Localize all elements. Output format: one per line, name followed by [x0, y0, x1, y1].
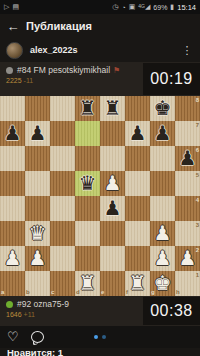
piece-black-pawn: ♟ — [100, 196, 125, 221]
square-f8[interactable] — [125, 96, 150, 121]
file-label-c: c — [51, 289, 54, 295]
square-d5[interactable]: ♛ — [75, 171, 100, 196]
player-top-rating: 2225 — [6, 77, 22, 84]
comment-button[interactable] — [31, 331, 44, 343]
file-label-a: a — [1, 289, 4, 295]
square-b2[interactable]: ♟ — [25, 246, 50, 271]
author-username[interactable]: alex_2022s — [30, 45, 180, 55]
header: ← Публикация — [0, 14, 200, 38]
square-d4[interactable] — [75, 196, 100, 221]
carousel-dot-active — [94, 335, 98, 339]
piece-black-king: ♚ — [150, 96, 175, 121]
square-f6[interactable] — [125, 146, 150, 171]
square-c6[interactable] — [50, 146, 75, 171]
file-label-h: h — [176, 289, 180, 295]
square-e1[interactable]: e — [100, 271, 125, 296]
status-bar: ▷ ▤ ◷ ◔ ▣ 4G◢ 69% ▮ 15:14 — [0, 0, 200, 14]
square-b3[interactable]: ♛ — [25, 221, 50, 246]
square-c7[interactable] — [50, 121, 75, 146]
player-bottom-rating: 1646 — [6, 311, 22, 318]
rank-label-4: 4 — [196, 197, 199, 203]
file-label-b: b — [26, 289, 30, 295]
square-d6[interactable] — [75, 146, 100, 171]
piece-black-pawn: ♟ — [125, 121, 150, 146]
file-label-e: e — [101, 289, 104, 295]
rank-label-1: 1 — [196, 272, 199, 278]
square-b4[interactable] — [25, 196, 50, 221]
square-h4[interactable]: 4 — [175, 196, 200, 221]
piece-white-queen: ♛ — [25, 221, 50, 246]
piece-white-pawn: ♟ — [150, 246, 175, 271]
piece-white-pawn: ♟ — [150, 221, 175, 246]
back-button[interactable]: ← — [0, 19, 26, 34]
square-b5[interactable] — [25, 171, 50, 196]
square-d3[interactable] — [75, 221, 100, 246]
square-a7[interactable]: ♟ — [0, 121, 25, 146]
square-c8[interactable] — [50, 96, 75, 121]
square-g7[interactable]: ♟ — [150, 121, 175, 146]
square-h8[interactable]: 8 — [175, 96, 200, 121]
rank-label-3: 3 — [196, 222, 199, 228]
square-a4[interactable] — [0, 196, 25, 221]
rank-label-8: 8 — [196, 97, 199, 103]
square-g5[interactable] — [150, 171, 175, 196]
send-icon: ▷ — [4, 3, 9, 11]
player-top-rating-delta: -11 — [24, 77, 34, 84]
square-c2[interactable] — [50, 246, 75, 271]
post-author-row: alex_2022s ⋮ — [0, 38, 200, 62]
square-a5[interactable] — [0, 171, 25, 196]
battery-icon: ▮ — [170, 3, 174, 11]
square-f1[interactable]: ♜f — [125, 271, 150, 296]
signal-icon: 4G◢ — [138, 3, 150, 11]
like-heart-button[interactable]: ♡ — [7, 326, 19, 348]
player-top-status-dot — [6, 67, 13, 74]
more-options-button[interactable]: ⋮ — [180, 44, 194, 57]
post-actions-bar: ♡ — [0, 326, 200, 348]
file-label-g: g — [151, 289, 155, 295]
image-icon: ▤ — [12, 3, 19, 11]
square-c1[interactable]: c — [50, 271, 75, 296]
file-label-f: f — [126, 289, 128, 295]
piece-white-pawn: ♟ — [25, 246, 50, 271]
square-a2[interactable]: ♟ — [0, 246, 25, 271]
square-f3[interactable] — [125, 221, 150, 246]
square-d7[interactable] — [75, 121, 100, 146]
square-b7[interactable]: ♟ — [25, 121, 50, 146]
player-top-row: #84 FM pesotskiymikhail ⚑ 2225-11 00:19 — [0, 62, 200, 96]
avatar[interactable] — [6, 42, 23, 59]
square-e7[interactable] — [100, 121, 125, 146]
square-h5[interactable]: 5 — [175, 171, 200, 196]
piece-black-rook: ♜ — [100, 96, 125, 121]
chess-board: ♜♜♚8♟♟♟♟7♟6♛♟5♟4♛♟3♟♟♟♟2abc♜de♜f♚g1h — [0, 96, 200, 296]
square-e4[interactable]: ♟ — [100, 196, 125, 221]
square-a1[interactable]: a — [0, 271, 25, 296]
flair-flag-icon: ⚑ — [113, 66, 120, 75]
square-g6[interactable] — [150, 146, 175, 171]
square-a6[interactable] — [0, 146, 25, 171]
piece-black-pawn: ♟ — [150, 121, 175, 146]
carousel-dot-inactive — [102, 335, 106, 339]
piece-black-pawn: ♟ — [25, 121, 50, 146]
piece-black-rook: ♜ — [75, 96, 100, 121]
piece-white-pawn: ♟ — [0, 246, 25, 271]
piece-black-queen: ♛ — [75, 171, 100, 196]
square-g2[interactable]: ♟ — [150, 246, 175, 271]
square-f4[interactable] — [125, 196, 150, 221]
square-h1[interactable]: 1h — [175, 271, 200, 296]
player-bottom-row: #92 ozna75-9 1646+11 00:38 — [0, 296, 200, 326]
battery-percent: 69% — [153, 4, 167, 11]
camera-icon: ▣ — [129, 3, 136, 11]
square-e6[interactable] — [100, 146, 125, 171]
rank-label-2: 2 — [196, 247, 199, 253]
clock-icon: ◔ — [121, 4, 125, 11]
square-c3[interactable] — [50, 221, 75, 246]
square-g8[interactable]: ♚ — [150, 96, 175, 121]
square-e8[interactable]: ♜ — [100, 96, 125, 121]
square-d1[interactable]: ♜d — [75, 271, 100, 296]
alarm-icon: ◷ — [112, 3, 118, 11]
player-top-clock: 00:19 — [143, 63, 200, 95]
square-b8[interactable] — [25, 96, 50, 121]
player-bottom-rating-delta: +11 — [24, 311, 35, 318]
square-h2[interactable]: ♟2 — [175, 246, 200, 271]
square-d2[interactable] — [75, 246, 100, 271]
player-bottom-clock: 00:38 — [143, 297, 200, 325]
square-a8[interactable] — [0, 96, 25, 121]
square-f7[interactable]: ♟ — [125, 121, 150, 146]
likes-count: Нравится: 1 — [7, 347, 197, 356]
page-title: Публикация — [26, 20, 92, 32]
piece-black-pawn: ♟ — [0, 121, 25, 146]
square-h3[interactable]: 3 — [175, 221, 200, 246]
file-label-d: d — [76, 289, 80, 295]
player-bottom-status-dot — [6, 301, 13, 308]
square-h6[interactable]: ♟6 — [175, 146, 200, 171]
piece-white-pawn: ♟ — [100, 171, 125, 196]
square-h7[interactable]: 7 — [175, 121, 200, 146]
rank-label-7: 7 — [196, 122, 199, 128]
player-top-name[interactable]: #84 FM pesotskiymikhail — [17, 65, 110, 75]
square-g3[interactable]: ♟ — [150, 221, 175, 246]
status-time: 15:14 — [177, 3, 196, 12]
piece-white-rook: ♜ — [125, 271, 150, 296]
square-b1[interactable]: b — [25, 271, 50, 296]
square-c5[interactable] — [50, 171, 75, 196]
square-c4[interactable] — [50, 196, 75, 221]
square-e5[interactable]: ♟ — [100, 171, 125, 196]
square-g1[interactable]: ♚g — [150, 271, 175, 296]
square-f2[interactable] — [125, 246, 150, 271]
square-e2[interactable] — [100, 246, 125, 271]
square-b6[interactable] — [25, 146, 50, 171]
square-f5[interactable] — [125, 171, 150, 196]
rank-label-5: 5 — [196, 172, 199, 178]
player-bottom-name[interactable]: #92 ozna75-9 — [17, 299, 69, 309]
square-e3[interactable] — [100, 221, 125, 246]
square-d8[interactable]: ♜ — [75, 96, 100, 121]
square-g4[interactable] — [150, 196, 175, 221]
rank-label-6: 6 — [196, 147, 199, 153]
square-a3[interactable] — [0, 221, 25, 246]
app-screen: ▷ ▤ ◷ ◔ ▣ 4G◢ 69% ▮ 15:14 ← Публикация a… — [0, 0, 200, 356]
